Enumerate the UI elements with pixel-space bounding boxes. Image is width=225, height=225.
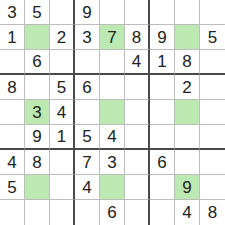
cell-r0c3[interactable]: 9: [75, 0, 100, 25]
cell-r8c4[interactable]: 6: [100, 200, 125, 225]
cell-r3c6[interactable]: [150, 75, 175, 100]
cell-r1c6[interactable]: 9: [150, 25, 175, 50]
cell-r8c2[interactable]: [50, 200, 75, 225]
cell-r6c0[interactable]: 4: [0, 150, 25, 175]
cell-r8c3[interactable]: [75, 200, 100, 225]
cell-r5c8[interactable]: [200, 125, 225, 150]
cell-r7c7[interactable]: 9: [175, 175, 200, 200]
cell-r2c4[interactable]: [100, 50, 125, 75]
cell-r2c8[interactable]: [200, 50, 225, 75]
cell-r7c1[interactable]: [25, 175, 50, 200]
cell-r7c6[interactable]: [150, 175, 175, 200]
cell-r2c0[interactable]: [0, 50, 25, 75]
cell-r1c1[interactable]: [25, 25, 50, 50]
cell-r5c3[interactable]: 5: [75, 125, 100, 150]
cell-r3c0[interactable]: 8: [0, 75, 25, 100]
cell-r6c1[interactable]: 8: [25, 150, 50, 175]
cell-r7c2[interactable]: [50, 175, 75, 200]
cell-r2c1[interactable]: 6: [25, 50, 50, 75]
cell-r4c1[interactable]: 3: [25, 100, 50, 125]
cell-r2c2[interactable]: [50, 50, 75, 75]
cell-r8c1[interactable]: [25, 200, 50, 225]
cell-r7c4[interactable]: [100, 175, 125, 200]
cell-r1c4[interactable]: 7: [100, 25, 125, 50]
cell-r6c7[interactable]: [175, 150, 200, 175]
cell-r1c7[interactable]: [175, 25, 200, 50]
cell-r1c2[interactable]: 2: [50, 25, 75, 50]
cell-r6c2[interactable]: [50, 150, 75, 175]
cell-r2c6[interactable]: 1: [150, 50, 175, 75]
cell-r6c4[interactable]: 3: [100, 150, 125, 175]
cell-r5c5[interactable]: [125, 125, 150, 150]
cell-r1c0[interactable]: 1: [0, 25, 25, 50]
cell-r7c0[interactable]: 5: [0, 175, 25, 200]
cell-r6c5[interactable]: [125, 150, 150, 175]
cell-r5c1[interactable]: 9: [25, 125, 50, 150]
cell-r4c2[interactable]: 4: [50, 100, 75, 125]
cell-r4c4[interactable]: [100, 100, 125, 125]
cell-r4c3[interactable]: [75, 100, 100, 125]
cell-r2c5[interactable]: 4: [125, 50, 150, 75]
cell-r3c5[interactable]: [125, 75, 150, 100]
cell-r3c7[interactable]: 2: [175, 75, 200, 100]
cell-r5c6[interactable]: [150, 125, 175, 150]
cell-r6c6[interactable]: 6: [150, 150, 175, 175]
cell-r0c6[interactable]: [150, 0, 175, 25]
cell-r5c0[interactable]: [0, 125, 25, 150]
cell-r0c0[interactable]: 3: [0, 0, 25, 25]
cell-r3c2[interactable]: 5: [50, 75, 75, 100]
cell-r8c0[interactable]: [0, 200, 25, 225]
cell-r1c5[interactable]: 8: [125, 25, 150, 50]
cell-r3c4[interactable]: [100, 75, 125, 100]
cell-r7c8[interactable]: [200, 175, 225, 200]
cell-r0c1[interactable]: 5: [25, 0, 50, 25]
cell-r4c6[interactable]: [150, 100, 175, 125]
cell-r3c8[interactable]: [200, 75, 225, 100]
cell-r8c7[interactable]: 4: [175, 200, 200, 225]
cell-r0c5[interactable]: [125, 0, 150, 25]
cell-r7c5[interactable]: [125, 175, 150, 200]
cell-r7c3[interactable]: 4: [75, 175, 100, 200]
cell-r4c7[interactable]: [175, 100, 200, 125]
cell-r0c2[interactable]: [50, 0, 75, 25]
cell-r3c3[interactable]: 6: [75, 75, 100, 100]
cell-r6c8[interactable]: [200, 150, 225, 175]
cell-r2c3[interactable]: [75, 50, 100, 75]
cell-r8c5[interactable]: [125, 200, 150, 225]
cell-r8c6[interactable]: [150, 200, 175, 225]
cell-r1c8[interactable]: 5: [200, 25, 225, 50]
cell-r4c8[interactable]: [200, 100, 225, 125]
cell-r0c4[interactable]: [100, 0, 125, 25]
cell-r3c1[interactable]: [25, 75, 50, 100]
cell-r5c2[interactable]: 1: [50, 125, 75, 150]
cell-r2c7[interactable]: 8: [175, 50, 200, 75]
cell-r4c5[interactable]: [125, 100, 150, 125]
cell-r4c0[interactable]: [0, 100, 25, 125]
sudoku-board: 35912378956418856234915448736549648: [0, 0, 225, 225]
cell-r5c4[interactable]: 4: [100, 125, 125, 150]
cell-r6c3[interactable]: 7: [75, 150, 100, 175]
cell-r0c7[interactable]: [175, 0, 200, 25]
cell-r0c8[interactable]: [200, 0, 225, 25]
cell-r5c7[interactable]: [175, 125, 200, 150]
cell-r8c8[interactable]: 8: [200, 200, 225, 225]
cell-r1c3[interactable]: 3: [75, 25, 100, 50]
